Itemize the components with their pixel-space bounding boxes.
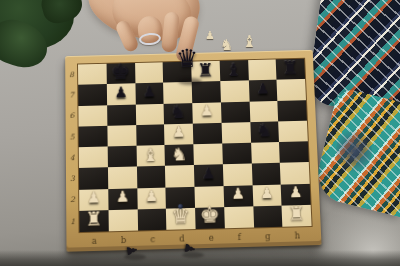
square-c6[interactable] <box>135 103 164 124</box>
rank-label-3: 3 <box>70 175 75 183</box>
black-rook[interactable]: ♜ <box>197 61 214 80</box>
black-rook[interactable]: ♜ <box>282 58 300 77</box>
square-f8[interactable]: ♝ <box>219 60 248 81</box>
black-pawn[interactable]: ♟ <box>202 167 216 182</box>
square-d4[interactable]: ♞ <box>165 144 194 166</box>
square-b4[interactable] <box>107 146 136 168</box>
square-d1[interactable]: ♛ <box>166 208 195 230</box>
square-a7[interactable] <box>78 84 107 105</box>
file-label-h: h <box>294 232 300 241</box>
rank-label-5: 5 <box>70 133 75 140</box>
white-pawn[interactable]: ♟ <box>231 187 245 202</box>
file-label-a: a <box>92 237 97 246</box>
white-queen[interactable]: ♛ <box>171 206 190 228</box>
square-b8[interactable]: ♚ <box>106 63 135 84</box>
square-a4[interactable] <box>79 146 108 168</box>
held-black-queen[interactable]: ♛ <box>175 45 199 71</box>
square-f5[interactable] <box>221 122 250 144</box>
white-pawn[interactable]: ♟ <box>87 191 101 206</box>
square-d5[interactable]: ♟ <box>164 123 193 145</box>
square-b5[interactable] <box>107 125 136 147</box>
white-bishop[interactable]: ♝ <box>142 145 158 163</box>
square-f2[interactable]: ♟ <box>223 185 253 207</box>
captured-white-bishop: ♝ <box>242 34 256 50</box>
square-a8[interactable] <box>78 64 107 85</box>
captured-white-knight: ♞ <box>220 38 233 53</box>
square-g4[interactable] <box>251 142 280 164</box>
square-c5[interactable] <box>136 124 165 146</box>
black-king[interactable]: ♚ <box>111 61 131 83</box>
square-a6[interactable] <box>78 105 107 126</box>
square-h1[interactable]: ♜ <box>282 205 312 227</box>
rank-label-4: 4 <box>70 154 75 162</box>
square-d6[interactable]: ♞ <box>164 103 193 124</box>
square-h3[interactable] <box>280 162 310 184</box>
captured-white-pawn: ♟ <box>205 30 215 41</box>
file-label-g: g <box>265 232 271 241</box>
black-pawn[interactable]: ♟ <box>256 82 270 97</box>
fabric-shadow <box>336 128 372 174</box>
rank-label-1: 1 <box>70 218 75 226</box>
rank-label-8: 8 <box>69 71 74 78</box>
square-c3[interactable] <box>136 166 165 188</box>
square-c2[interactable]: ♟ <box>137 187 166 209</box>
square-b2[interactable]: ♟ <box>108 188 137 210</box>
square-e5[interactable] <box>193 123 222 145</box>
black-pawn[interactable]: ♟ <box>114 86 128 101</box>
square-g2[interactable]: ♟ <box>252 184 282 206</box>
square-b1[interactable] <box>108 209 137 231</box>
square-a5[interactable] <box>79 126 108 148</box>
fallen-black-piece[interactable]: ♟ <box>182 242 197 256</box>
white-pawn[interactable]: ♟ <box>172 125 186 140</box>
square-g3[interactable] <box>251 163 281 185</box>
square-e1[interactable]: ♚ <box>195 207 225 229</box>
white-pawn[interactable]: ♟ <box>145 189 159 204</box>
white-knight[interactable]: ♞ <box>171 145 188 163</box>
square-c8[interactable] <box>135 62 164 83</box>
square-e3[interactable]: ♟ <box>194 164 223 186</box>
white-rook[interactable]: ♜ <box>288 204 306 224</box>
ring <box>138 32 161 46</box>
square-a3[interactable] <box>79 167 108 189</box>
square-b6[interactable] <box>107 104 136 125</box>
white-pawn[interactable]: ♟ <box>116 190 130 205</box>
fallen-black-piece[interactable]: ♟ <box>124 244 139 258</box>
square-g5[interactable]: ♞ <box>250 121 279 143</box>
white-pawn[interactable]: ♟ <box>289 185 303 200</box>
square-b3[interactable] <box>108 167 137 189</box>
rank-label-2: 2 <box>70 196 75 204</box>
file-label-c: c <box>150 235 155 244</box>
held-piece-shadow <box>178 78 202 85</box>
square-g1[interactable] <box>253 205 283 227</box>
square-d7[interactable] <box>163 82 192 103</box>
square-g7[interactable]: ♟ <box>248 80 277 101</box>
photo-scene: ♞♝♟ 87654321 abcdefgh ♚♜♝♜♟♟♟♞♟♟♞♝♞♟♟♟♟♟… <box>0 0 400 266</box>
square-b7[interactable]: ♟ <box>107 84 136 105</box>
square-h4[interactable] <box>279 141 309 163</box>
rank-label-6: 6 <box>70 112 75 119</box>
square-f7[interactable] <box>220 81 249 102</box>
square-f1[interactable] <box>224 206 254 228</box>
white-king[interactable]: ♚ <box>200 205 221 228</box>
white-pawn[interactable]: ♟ <box>260 186 274 201</box>
black-bishop[interactable]: ♝ <box>226 60 242 78</box>
file-label-b: b <box>121 236 127 245</box>
square-f3[interactable] <box>223 164 252 186</box>
square-f6[interactable] <box>221 101 250 122</box>
square-c4[interactable]: ♝ <box>136 145 165 167</box>
square-h5[interactable] <box>278 120 307 142</box>
square-c7[interactable]: ♟ <box>135 83 164 104</box>
square-d3[interactable] <box>165 165 194 187</box>
square-h8[interactable]: ♜ <box>276 59 305 80</box>
black-knight[interactable]: ♞ <box>256 122 273 140</box>
white-rook[interactable]: ♜ <box>85 210 102 230</box>
square-c1[interactable] <box>137 208 166 230</box>
file-label-e: e <box>209 234 214 243</box>
dark-finial <box>178 204 183 209</box>
square-g8[interactable] <box>248 59 277 80</box>
file-label-f: f <box>238 233 241 242</box>
square-a1[interactable]: ♜ <box>79 210 108 232</box>
square-e4[interactable] <box>193 143 222 165</box>
rank-label-7: 7 <box>69 92 74 99</box>
white-pawn[interactable]: ♟ <box>200 104 214 119</box>
black-pawn[interactable]: ♟ <box>143 85 157 100</box>
black-knight[interactable]: ♞ <box>170 103 186 121</box>
square-f4[interactable] <box>222 143 251 165</box>
square-g6[interactable] <box>249 100 278 121</box>
square-h7[interactable] <box>277 79 306 100</box>
square-e6[interactable]: ♟ <box>192 102 221 123</box>
square-h6[interactable] <box>278 100 307 121</box>
